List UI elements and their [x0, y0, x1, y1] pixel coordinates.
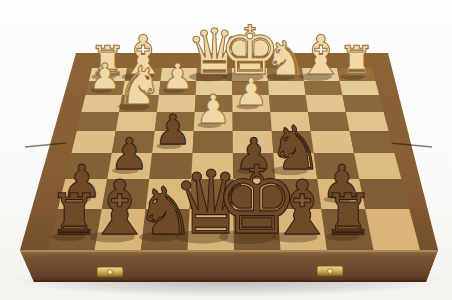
brass-clasp-left[interactable] — [97, 267, 123, 277]
pawn-glyph: ♟ — [162, 59, 194, 95]
square-r3c6[interactable] — [269, 95, 308, 112]
square-r3c7[interactable] — [306, 95, 346, 112]
square-r3c8[interactable] — [342, 95, 383, 112]
pawn-glyph: ♟ — [196, 90, 232, 130]
piece-black-rook[interactable]: ♜ — [323, 187, 374, 244]
piece-white-pawn[interactable]: ♟ — [162, 59, 194, 95]
rook-glyph: ♜ — [323, 187, 374, 244]
square-r5c8[interactable] — [350, 131, 395, 153]
pawn-glyph: ♟ — [234, 73, 268, 111]
rook-glyph: ♜ — [338, 41, 375, 82]
piece-black-pawn[interactable]: ♟ — [154, 109, 191, 150]
piece-white-rook[interactable]: ♜ — [338, 41, 375, 82]
brass-clasp-right[interactable] — [317, 266, 343, 276]
pawn-glyph: ♟ — [154, 109, 191, 150]
piece-white-pawn[interactable]: ♟ — [196, 90, 232, 130]
piece-white-pawn[interactable]: ♟ — [234, 73, 268, 111]
square-r4c8[interactable] — [346, 112, 389, 131]
chess-photo-scene: ♜♝♛♚♞♝♜♟♟♞♟♟♟♟♟♞♟♟♜♝♞♛♚♝♜ — [0, 0, 452, 300]
